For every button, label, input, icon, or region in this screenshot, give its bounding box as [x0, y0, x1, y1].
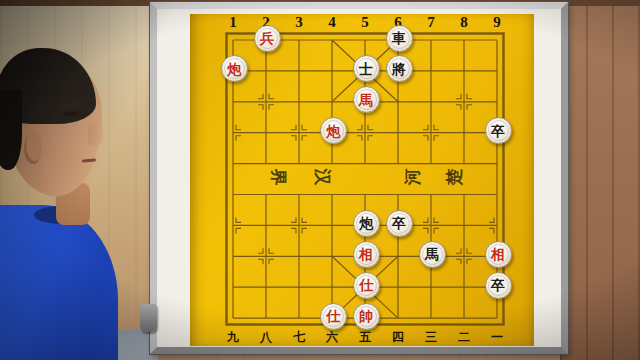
file-number-bottom-8: 二	[454, 330, 474, 344]
piece-glyph: 車	[392, 31, 406, 45]
file-number-bottom-5: 五	[355, 330, 375, 344]
piece-glyph: 馬	[425, 247, 439, 261]
piece-glyph: 卒	[491, 278, 505, 292]
piece-glyph: 士	[359, 62, 373, 76]
piece-glyph: 炮	[227, 62, 241, 76]
presenter-ear	[24, 132, 42, 164]
file-number-top-5: 5	[355, 15, 375, 29]
xiangqi-board: 123456789 九八七六五四三二一 界汉河楚 兵車炮士將馬炮卒炮卒相馬相仕卒…	[190, 14, 534, 346]
piece-black-cannon[interactable]: 炮	[353, 210, 380, 237]
presenter-mouth	[82, 158, 96, 162]
piece-glyph: 帥	[359, 309, 373, 323]
wood-paneling	[560, 0, 640, 360]
piece-glyph: 炮	[359, 216, 373, 230]
video-frame: 123456789 九八七六五四三二一 界汉河楚 兵車炮士將馬炮卒炮卒相馬相仕卒…	[0, 0, 640, 360]
file-number-bottom-1: 九	[223, 330, 243, 344]
piece-glyph: 相	[359, 247, 373, 261]
piece-glyph: 相	[491, 247, 505, 261]
file-number-top-8: 8	[454, 15, 474, 29]
presenter-shirt	[0, 205, 118, 360]
piece-red-cannon-1[interactable]: 炮	[221, 55, 248, 82]
piece-glyph: 將	[392, 62, 406, 76]
presenter-nose	[88, 124, 103, 146]
file-number-bottom-7: 三	[421, 330, 441, 344]
piece-red-horse[interactable]: 馬	[353, 86, 380, 113]
river-char-4: 楚	[444, 166, 466, 188]
piece-black-soldier-2[interactable]: 卒	[386, 210, 413, 237]
piece-red-elephant-1[interactable]: 相	[353, 241, 380, 268]
piece-glyph: 仕	[326, 309, 340, 323]
file-number-bottom-3: 七	[289, 330, 309, 344]
file-number-top-9: 9	[487, 15, 507, 29]
river-char-1: 界	[267, 166, 289, 188]
piece-glyph: 馬	[359, 93, 373, 107]
piece-red-elephant-2[interactable]: 相	[485, 241, 512, 268]
piece-red-general[interactable]: 帥	[353, 303, 380, 330]
piece-glyph: 卒	[392, 216, 406, 230]
piece-red-pawn[interactable]: 兵	[254, 25, 281, 52]
piece-black-soldier-3[interactable]: 卒	[485, 272, 512, 299]
piece-black-general[interactable]: 將	[386, 55, 413, 82]
file-number-bottom-6: 四	[388, 330, 408, 344]
piece-black-horse[interactable]: 馬	[419, 241, 446, 268]
presenter-hair-back	[0, 90, 22, 170]
file-number-bottom-9: 一	[487, 330, 507, 344]
file-number-top-7: 7	[421, 15, 441, 29]
river-char-2: 汉	[311, 166, 333, 188]
piece-glyph: 仕	[359, 278, 373, 292]
file-number-bottom-4: 六	[322, 330, 342, 344]
piece-red-cannon-2[interactable]: 炮	[320, 117, 347, 144]
piece-glyph: 炮	[326, 124, 340, 138]
piece-black-chariot[interactable]: 車	[386, 25, 413, 52]
piece-glyph: 兵	[260, 31, 274, 45]
piece-red-advisor-2[interactable]: 仕	[320, 303, 347, 330]
piece-red-advisor-1[interactable]: 仕	[353, 272, 380, 299]
file-number-top-4: 4	[322, 15, 342, 29]
piece-glyph: 卒	[491, 124, 505, 138]
river-char-3: 河	[402, 166, 424, 188]
presenter	[0, 0, 160, 360]
piece-black-advisor[interactable]: 士	[353, 55, 380, 82]
file-number-top-3: 3	[289, 15, 309, 29]
file-number-top-1: 1	[223, 15, 243, 29]
piece-black-soldier-1[interactable]: 卒	[485, 117, 512, 144]
file-number-bottom-2: 八	[256, 330, 276, 344]
